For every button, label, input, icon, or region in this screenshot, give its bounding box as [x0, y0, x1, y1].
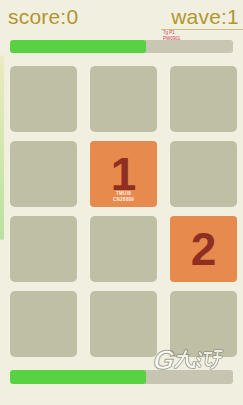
score-label: score:0 — [8, 5, 78, 29]
empty-cell — [170, 141, 237, 207]
empty-cell — [170, 291, 237, 357]
empty-cell — [10, 216, 77, 282]
bottom-progress-bar — [10, 370, 233, 384]
empty-cell — [10, 66, 77, 132]
empty-cell — [90, 216, 157, 282]
top-progress-bar — [10, 40, 233, 53]
empty-cell — [90, 291, 157, 357]
bottom-progress-fill — [10, 370, 146, 384]
empty-cell — [170, 66, 237, 132]
wave-label: wave:1 — [171, 5, 239, 29]
left-edge-glow — [0, 55, 4, 240]
tile-1: 1 TMUI8CN28889 — [90, 141, 157, 207]
red-watermark-line1: 7g P1 — [163, 30, 175, 35]
top-progress-fill — [10, 40, 146, 53]
tile-watermark: TMUI8CN28889 — [90, 191, 157, 202]
tile-2: 2 — [170, 216, 237, 282]
empty-cell — [90, 66, 157, 132]
empty-cell — [10, 291, 77, 357]
game-board[interactable]: 1 TMUI8CN28889 2 — [10, 66, 237, 357]
empty-cell — [10, 141, 77, 207]
tile-2-value: 2 — [191, 222, 217, 276]
